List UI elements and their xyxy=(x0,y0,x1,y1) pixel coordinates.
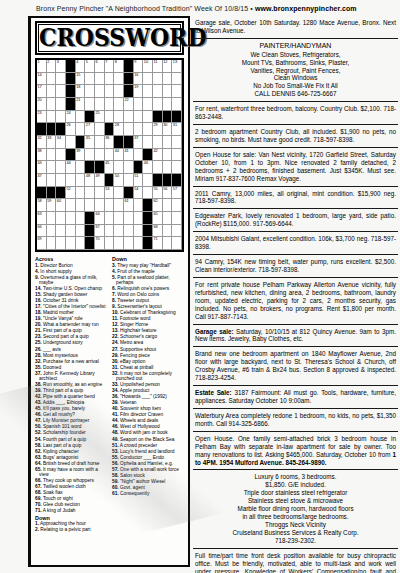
classified-ad: Open House for sale: Van Nest vicinity, … xyxy=(193,148,398,187)
grid-cell[interactable]: 23 xyxy=(37,111,47,124)
grid-cell[interactable]: 3 xyxy=(56,60,66,73)
grid-cell[interactable] xyxy=(163,149,173,162)
grid-cell[interactable] xyxy=(172,85,182,98)
grid-cell[interactable] xyxy=(95,187,105,200)
grid-cell[interactable]: 42 xyxy=(153,149,163,162)
grid-cell[interactable]: 2 xyxy=(47,60,57,73)
grid-cell[interactable] xyxy=(47,98,57,111)
grid-cell[interactable]: 14 xyxy=(37,73,47,86)
clue-item: 2. Relating to a pelvic part xyxy=(35,527,107,532)
clue-item: 26. ___ avis xyxy=(35,347,107,352)
grid-cell[interactable]: 25 xyxy=(95,111,105,124)
grid-cell-black xyxy=(172,174,182,187)
grid-cell[interactable]: 22 xyxy=(124,98,134,111)
grid-cell-black xyxy=(66,98,76,111)
grid-cell[interactable] xyxy=(134,111,144,124)
clue-number: 65 xyxy=(154,212,158,216)
clue-item: 46. West of Hollywood xyxy=(112,424,184,429)
grid-cell-black xyxy=(37,123,47,136)
grid-cell[interactable]: 32 xyxy=(37,136,47,149)
grid-cell[interactable] xyxy=(66,174,76,187)
grid-cell[interactable] xyxy=(153,85,163,98)
grid-cell[interactable]: 63 xyxy=(37,212,47,225)
grid-cell[interactable] xyxy=(105,85,115,98)
clue-item: 58. Salon stock xyxy=(112,473,184,478)
clue-number: 38 xyxy=(38,149,42,153)
grid-cell[interactable] xyxy=(134,225,144,238)
classified-ad: 2011 Camry, 13,000 miles, all original, … xyxy=(193,187,398,210)
grid-cell[interactable] xyxy=(114,85,124,98)
grid-cell[interactable] xyxy=(143,111,153,124)
grid-cell[interactable]: 65 xyxy=(153,212,163,225)
grid-cell[interactable]: 18 xyxy=(76,85,86,98)
grid-cell[interactable] xyxy=(172,237,182,250)
grid-cell-black xyxy=(134,161,144,174)
grid-cell[interactable] xyxy=(47,161,57,174)
grid-cell[interactable]: 53 xyxy=(105,187,115,200)
clue-item: 66. They cook up whoppers xyxy=(35,478,107,483)
clue-number: 3 xyxy=(57,60,59,64)
grid-cell[interactable] xyxy=(105,98,115,111)
clue-item: 33. Unpolished person xyxy=(112,382,184,387)
ad-line: No Job Too Small-We Fix It All xyxy=(195,82,396,90)
grid-cell[interactable]: 62 xyxy=(153,199,163,212)
clue-number: 62 xyxy=(154,199,158,203)
grid-cell[interactable]: 24 xyxy=(66,111,76,124)
grid-cell[interactable] xyxy=(56,111,66,124)
grid-cell[interactable] xyxy=(163,73,173,86)
grid-cell[interactable]: 4 xyxy=(76,60,86,73)
ad-line: Luxury 6 rooms, 3 bedrooms. xyxy=(195,473,396,481)
grid-cell[interactable] xyxy=(114,73,124,86)
grid-cell-black xyxy=(143,212,153,225)
grid-cell[interactable]: 66 xyxy=(37,225,47,238)
clue-number: 13 xyxy=(173,60,177,64)
grid-cell[interactable] xyxy=(85,149,95,162)
grid-cell-black xyxy=(85,212,95,225)
grid-cell[interactable] xyxy=(172,225,182,238)
grid-cell[interactable]: 60 xyxy=(56,199,66,212)
clue-item: 40. Souvenir shop item xyxy=(112,406,184,411)
grid-cell[interactable] xyxy=(143,98,153,111)
grid-cell[interactable] xyxy=(114,161,124,174)
grid-cell[interactable] xyxy=(76,187,86,200)
clue-item: 9. Overturned a glass of milk, maybe xyxy=(35,275,107,286)
grid-cell[interactable]: 30 xyxy=(163,123,173,136)
grid-cell[interactable]: 9 xyxy=(134,60,144,73)
grid-cell[interactable] xyxy=(172,73,182,86)
grid-cell[interactable] xyxy=(95,73,105,86)
grid-cell[interactable] xyxy=(172,149,182,162)
clue-item: 9. Screenwriter's layout xyxy=(112,304,184,309)
grid-cell[interactable] xyxy=(163,161,173,174)
grid-cell[interactable] xyxy=(153,136,163,149)
grid-cell[interactable] xyxy=(172,212,182,225)
grid-cell[interactable] xyxy=(134,123,144,136)
grid-cell[interactable]: 38 xyxy=(37,149,47,162)
grid-cell[interactable] xyxy=(105,73,115,86)
grid-cell[interactable]: 50 xyxy=(114,174,124,187)
clue-number: 17 xyxy=(38,85,42,89)
clue-number: 67 xyxy=(96,225,100,229)
clue-item: 17. "Cities of the Interior" novelist xyxy=(35,304,107,309)
grid-cell[interactable] xyxy=(76,212,86,225)
grid-cell[interactable]: 16 xyxy=(134,73,144,86)
grid-cell[interactable] xyxy=(143,136,153,149)
classified-ad: Luxury 6 rooms, 3 bedrooms.$1,850. G/E i… xyxy=(193,470,398,548)
clue-item: 12. Singer Horne xyxy=(112,322,184,327)
clue-item: 43. Addis ___, Ethiopia xyxy=(35,400,107,405)
grid-cell[interactable]: 31 xyxy=(172,123,182,136)
grid-cell[interactable] xyxy=(66,225,76,238)
grid-cell[interactable] xyxy=(95,136,105,149)
grid-cell[interactable] xyxy=(134,98,144,111)
grid-cell[interactable] xyxy=(47,111,57,124)
classified-ad: Garage sale, October 10th Saturday. 1280… xyxy=(193,16,398,39)
grid-cell-black xyxy=(153,174,163,187)
grid-cell[interactable] xyxy=(76,161,86,174)
grid-cell[interactable] xyxy=(172,136,182,149)
classified-ad: Estate Sale: 3187 Fairmount: All must go… xyxy=(193,386,398,409)
grid-cell[interactable]: 15 xyxy=(76,73,86,86)
grid-cell[interactable]: 54 xyxy=(134,187,144,200)
grid-cell[interactable] xyxy=(163,237,173,250)
classified-ad: Open House. One family semi-attached bri… xyxy=(193,432,398,471)
clue-number: 8 xyxy=(115,60,117,64)
grid-cell[interactable]: 59 xyxy=(47,199,57,212)
grid-cell[interactable]: 19 xyxy=(134,85,144,98)
grid-cell[interactable] xyxy=(95,199,105,212)
grid-cell-black xyxy=(76,136,86,149)
clue-number: 21 xyxy=(76,98,80,102)
grid-cell[interactable] xyxy=(66,199,76,212)
grid-cell[interactable] xyxy=(105,237,115,250)
grid-cell[interactable] xyxy=(76,237,86,250)
grid-cell[interactable] xyxy=(85,85,95,98)
grid-cell-black xyxy=(143,199,153,212)
grid-cell[interactable]: 5 xyxy=(85,60,95,73)
grid-cell[interactable]: 43 xyxy=(37,161,47,174)
crossword-clues: Across1. Director Burton4. In short supp… xyxy=(35,255,184,533)
grid-cell[interactable] xyxy=(124,174,134,187)
classified-ad: For rent private house Pelham Parkway Al… xyxy=(193,278,398,325)
clue-item: 23. Second part of a quip xyxy=(35,334,107,339)
grid-cell[interactable] xyxy=(114,237,124,250)
clue-number: 41 xyxy=(125,149,129,153)
clue-item: 61. Consequently xyxy=(112,491,184,496)
clue-number: 7 xyxy=(105,60,107,64)
clue-number: 50 xyxy=(115,174,119,178)
grid-cell[interactable] xyxy=(153,161,163,174)
grid-cell[interactable] xyxy=(47,174,57,187)
grid-cell[interactable]: 26 xyxy=(66,123,76,136)
classified-ad: 2004 Mitsubishi Galant, excellent condit… xyxy=(193,232,398,255)
clue-number: 35 xyxy=(86,136,90,140)
clue-item: 70. Glee club section xyxy=(35,502,107,507)
grid-cell[interactable] xyxy=(85,98,95,111)
clue-item: 15. Shady garden bower xyxy=(35,292,107,297)
clue-item: 64. British breed of draft horse xyxy=(35,461,107,466)
grid-cell[interactable] xyxy=(114,98,124,111)
grid-cell[interactable] xyxy=(124,111,134,124)
clue-number: 27 xyxy=(86,123,90,127)
newspaper-page: Bronx Penny Pincher "A Neighborhood Trad… xyxy=(0,0,400,573)
grid-cell[interactable]: 35 xyxy=(85,136,95,149)
grid-cell[interactable] xyxy=(172,199,182,212)
grid-cell[interactable]: 1 xyxy=(37,60,47,73)
grid-cell-black xyxy=(124,187,134,200)
clue-item: 13. Highchair feature xyxy=(112,328,184,333)
clue-item: 19. "Uncle Vanya" role xyxy=(35,316,107,321)
grid-cell[interactable] xyxy=(47,73,57,86)
grid-cell[interactable] xyxy=(56,73,66,86)
grid-cell[interactable]: 39 xyxy=(76,149,86,162)
grid-cell[interactable] xyxy=(124,123,134,136)
grid-cell[interactable]: 7 xyxy=(105,60,115,73)
grid-cell[interactable] xyxy=(66,136,76,149)
grid-cell[interactable] xyxy=(153,98,163,111)
grid-cell[interactable] xyxy=(134,237,144,250)
grid-cell[interactable] xyxy=(114,187,124,200)
grid-cell[interactable]: 57 xyxy=(172,187,182,200)
grid-cell[interactable] xyxy=(76,225,86,238)
grid-cell[interactable] xyxy=(76,111,86,124)
clue-number: 53 xyxy=(105,187,109,191)
classified-ad: For rent, waterfront three bedroom, balc… xyxy=(193,102,398,125)
clue-item: 14. Two-time U.S. Open champ xyxy=(35,286,107,291)
grid-cell[interactable] xyxy=(47,85,57,98)
grid-cell[interactable]: 37 xyxy=(134,136,144,149)
grid-cell[interactable]: 71 xyxy=(153,237,163,250)
grid-cell[interactable]: 49 xyxy=(95,174,105,187)
grid-cell[interactable]: 47 xyxy=(37,174,47,187)
grid-cell[interactable] xyxy=(85,187,95,200)
clue-item: 49. Seaport on the Black Sea xyxy=(112,437,184,442)
grid-cell[interactable]: 64 xyxy=(95,212,105,225)
grid-cell[interactable]: 17 xyxy=(37,85,47,98)
grid-cell[interactable]: 11 xyxy=(153,60,163,73)
grid-cell-black xyxy=(124,136,134,149)
clue-item: 55. Conductor ___ Endo xyxy=(112,455,184,460)
grid-cell[interactable] xyxy=(76,199,86,212)
classified-ad: Full time/part time front desk position … xyxy=(193,549,398,573)
clue-number: 29 xyxy=(154,123,158,127)
grid-cell[interactable]: 20 xyxy=(37,98,47,111)
grid-cell[interactable]: 52 xyxy=(66,187,76,200)
grid-cell[interactable] xyxy=(47,225,57,238)
clue-item: 4. In short supply xyxy=(35,269,107,274)
grid-cell[interactable]: 8 xyxy=(114,60,124,73)
grid-cell[interactable] xyxy=(163,98,173,111)
grid-cell[interactable]: 55 xyxy=(153,187,163,200)
grid-cell[interactable]: 51 xyxy=(134,174,144,187)
grid-cell[interactable]: 27 xyxy=(85,123,95,136)
grid-cell[interactable]: 10 xyxy=(143,60,153,73)
clue-item: 58. Last part of a quip xyxy=(35,443,107,448)
grid-cell[interactable] xyxy=(47,149,57,162)
clue-item: 32. Purchase for a new arrival xyxy=(35,359,107,364)
crossword-grid: 1234567891011121314151617181920212223242… xyxy=(35,58,184,252)
grid-cell-black xyxy=(95,161,105,174)
clues-heading: Down xyxy=(112,256,184,262)
grid-cell[interactable] xyxy=(56,174,66,187)
ad-line: Triple door stainless steel refrigerator xyxy=(195,489,396,497)
crossword-section: CROSSWORD 123456789101112131415161718192… xyxy=(28,16,190,567)
grid-cell[interactable] xyxy=(134,149,144,162)
grid-cell[interactable] xyxy=(85,199,95,212)
grid-cell[interactable] xyxy=(163,136,173,149)
header-website[interactable]: www.bronxpennypincher.com xyxy=(255,5,357,12)
grid-cell-black xyxy=(47,123,57,136)
grid-cell[interactable]: 40 xyxy=(114,149,124,162)
clue-number: 2 xyxy=(47,60,49,64)
clue-number: 71 xyxy=(154,237,158,241)
clue-item: 1. Approaching the hour xyxy=(35,521,107,526)
clue-number: 24 xyxy=(67,111,71,115)
clue-number: 46 xyxy=(144,161,148,165)
grid-cell[interactable] xyxy=(47,212,57,225)
classified-ad: 2 bedroom apartment Country Club, all in… xyxy=(193,125,398,148)
grid-cell[interactable] xyxy=(56,98,66,111)
grid-cell[interactable]: 46 xyxy=(143,161,153,174)
clue-number: 55 xyxy=(154,187,158,191)
grid-cell[interactable] xyxy=(172,161,182,174)
grid-cell[interactable] xyxy=(76,123,86,136)
clue-number: 59 xyxy=(47,199,51,203)
grid-cell[interactable]: 56 xyxy=(163,187,173,200)
grid-cell[interactable] xyxy=(114,111,124,124)
grid-cell-black xyxy=(47,187,57,200)
grid-cell[interactable]: 68 xyxy=(153,225,163,238)
grid-cell[interactable]: 34 xyxy=(56,136,66,149)
grid-cell[interactable]: 69 xyxy=(37,237,47,250)
grid-cell[interactable]: 45 xyxy=(105,161,115,174)
grid-cell[interactable]: 28 xyxy=(114,123,124,136)
clue-item: 46. Get all mushy? xyxy=(35,412,107,417)
clue-number: 49 xyxy=(96,174,100,178)
clue-number: 57 xyxy=(173,187,177,191)
grid-cell[interactable]: 44 xyxy=(66,161,76,174)
grid-cell[interactable] xyxy=(95,123,105,136)
grid-cell[interactable] xyxy=(95,149,105,162)
grid-cell[interactable] xyxy=(56,237,66,250)
ad-line: We Clean Stoves, Refrigerators, xyxy=(195,51,396,59)
grid-cell[interactable] xyxy=(163,85,173,98)
clue-item: 38. Run smoothly, as an engine xyxy=(35,382,107,387)
grid-cell[interactable] xyxy=(85,73,95,86)
grid-cell[interactable] xyxy=(105,149,115,162)
ad-line: 718-239-2302. xyxy=(195,537,396,545)
grid-cell[interactable] xyxy=(56,85,66,98)
grid-cell[interactable] xyxy=(153,73,163,86)
grid-cell[interactable] xyxy=(143,187,153,200)
grid-cell[interactable]: 12 xyxy=(163,60,173,73)
clue-number: 56 xyxy=(163,187,167,191)
grid-cell[interactable] xyxy=(114,212,124,225)
grid-cell[interactable] xyxy=(124,161,134,174)
clue-number: 36 xyxy=(105,136,109,140)
grid-cell[interactable] xyxy=(124,237,134,250)
clue-item: 50. Spanish 101 word xyxy=(35,424,107,429)
clue-item: 39. Veteran xyxy=(112,400,184,405)
grid-cell[interactable] xyxy=(66,237,76,250)
grid-cell[interactable] xyxy=(95,85,105,98)
grid-cell[interactable] xyxy=(143,174,153,187)
grid-cell[interactable]: 70 xyxy=(95,237,105,250)
grid-cell[interactable] xyxy=(163,225,173,238)
grid-cell[interactable] xyxy=(124,225,134,238)
clue-item: 25. Underground story xyxy=(35,340,107,345)
clue-number: 16 xyxy=(134,73,138,77)
grid-cell-black xyxy=(105,123,115,136)
clue-item: 67. Twilled woolen cloth xyxy=(35,484,107,489)
grid-cell[interactable] xyxy=(105,225,115,238)
grid-cell-black xyxy=(66,149,76,162)
grid-cell[interactable]: 36 xyxy=(105,136,115,149)
grid-cell[interactable] xyxy=(66,212,76,225)
grid-cell[interactable]: 61 xyxy=(124,199,134,212)
grid-cell[interactable] xyxy=(56,149,66,162)
clue-item: 1. Director Burton xyxy=(35,263,107,268)
ad-line: Throggs Neck Vicinity xyxy=(195,521,396,529)
grid-cell[interactable]: 29 xyxy=(153,123,163,136)
grid-cell[interactable] xyxy=(114,199,124,212)
clue-number: 30 xyxy=(163,123,167,127)
grid-cell[interactable] xyxy=(105,212,115,225)
grid-cell[interactable] xyxy=(134,212,144,225)
grid-cell[interactable] xyxy=(143,73,153,86)
grid-cell[interactable] xyxy=(163,212,173,225)
grid-cell[interactable] xyxy=(105,111,115,124)
grid-cell-black xyxy=(105,174,115,187)
grid-cell[interactable] xyxy=(76,174,86,187)
grid-cell[interactable] xyxy=(56,225,66,238)
grid-cell[interactable]: 48 xyxy=(85,174,95,187)
grid-cell[interactable] xyxy=(163,199,173,212)
grid-cell[interactable] xyxy=(95,98,105,111)
clue-number: 10 xyxy=(144,60,148,64)
grid-cell[interactable] xyxy=(143,85,153,98)
grid-cell[interactable]: 13 xyxy=(172,60,182,73)
clue-item: 6. Relinquish one's powers xyxy=(112,286,184,291)
grid-cell[interactable]: 33 xyxy=(47,136,57,149)
grid-cell-black xyxy=(143,149,153,162)
grid-cell[interactable] xyxy=(56,161,66,174)
clue-item: 21. First part of a quip xyxy=(35,328,107,333)
clue-item: 30. eBay option xyxy=(112,359,184,364)
grid-cell[interactable]: 41 xyxy=(124,149,134,162)
clue-item: 42. Pipe with a quarter bend xyxy=(35,394,107,399)
grid-cell[interactable] xyxy=(143,123,153,136)
grid-cell[interactable]: 21 xyxy=(76,98,86,111)
clue-number: 28 xyxy=(115,123,119,127)
grid-cell[interactable]: 6 xyxy=(95,60,105,73)
crossword-logo-box: CROSSWORD xyxy=(35,21,184,55)
clue-number: 1 xyxy=(38,60,40,64)
grid-cell[interactable] xyxy=(56,212,66,225)
clue-item: 31. Cheat at pinball xyxy=(112,365,184,370)
grid-cell[interactable] xyxy=(105,199,115,212)
grid-cell[interactable] xyxy=(172,98,182,111)
grid-cell[interactable] xyxy=(124,212,134,225)
grid-cell[interactable]: 58 xyxy=(37,199,47,212)
grid-cell[interactable] xyxy=(134,199,144,212)
grid-cell[interactable] xyxy=(47,237,57,250)
ad-line: CALL DENNIS 646-725-6667 xyxy=(195,90,396,98)
grid-cell[interactable]: 67 xyxy=(95,225,105,238)
grid-cell[interactable] xyxy=(114,225,124,238)
clue-number: 66 xyxy=(38,225,42,229)
